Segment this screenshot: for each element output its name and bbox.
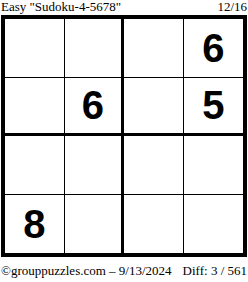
header: Easy "Sudoku-4-5678" 12/16 bbox=[0, 0, 248, 15]
cell-r2c4[interactable]: 5 bbox=[184, 78, 244, 137]
cell-r2c2[interactable]: 6 bbox=[65, 78, 125, 137]
cell-r2c3[interactable] bbox=[124, 78, 184, 137]
cell-r3c4[interactable] bbox=[184, 136, 244, 195]
empty-cell-counter: 12/16 bbox=[217, 0, 247, 13]
copyright-text: ©grouppuzzles.com – 9/13/2024 bbox=[1, 264, 172, 278]
cell-r2c1[interactable] bbox=[5, 78, 65, 137]
cell-r4c2[interactable] bbox=[65, 195, 125, 254]
cell-r3c1[interactable] bbox=[5, 136, 65, 195]
footer: ©grouppuzzles.com – 9/13/2024 Diff: 3 / … bbox=[0, 264, 248, 278]
cell-r1c1[interactable] bbox=[5, 19, 65, 78]
puzzle-page: Easy "Sudoku-4-5678" 12/16 6658 ©grouppu… bbox=[0, 0, 248, 282]
cell-r1c4[interactable]: 6 bbox=[184, 19, 244, 78]
cell-r4c4[interactable] bbox=[184, 195, 244, 254]
puzzle-title: Easy "Sudoku-4-5678" bbox=[1, 0, 121, 13]
cell-r4c1[interactable]: 8 bbox=[5, 195, 65, 254]
cell-r1c2[interactable] bbox=[65, 19, 125, 78]
cell-r4c3[interactable] bbox=[124, 195, 184, 254]
cell-r3c3[interactable] bbox=[124, 136, 184, 195]
cell-r1c3[interactable] bbox=[124, 19, 184, 78]
sudoku-board: 6658 bbox=[1, 15, 247, 257]
cell-r3c2[interactable] bbox=[65, 136, 125, 195]
difficulty-text: Diff: 3 / 561 bbox=[183, 264, 247, 278]
